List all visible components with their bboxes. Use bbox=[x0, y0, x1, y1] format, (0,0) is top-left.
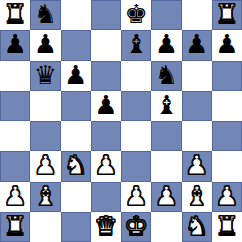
square-b7[interactable]: ♟ bbox=[30, 30, 60, 60]
square-h5[interactable] bbox=[212, 91, 242, 121]
black-knight: ♞ bbox=[155, 62, 178, 88]
white-rook: ♜ bbox=[215, 213, 238, 239]
black-bishop: ♝ bbox=[124, 31, 147, 57]
square-d7[interactable] bbox=[91, 30, 121, 60]
white-rook: ♜ bbox=[215, 1, 238, 27]
square-e1[interactable]: ♚ bbox=[121, 212, 151, 242]
square-c8[interactable] bbox=[61, 0, 91, 30]
square-c2[interactable] bbox=[61, 182, 91, 212]
white-bishop: ♝ bbox=[185, 183, 208, 209]
black-pawn: ♟ bbox=[155, 31, 178, 57]
square-g6[interactable] bbox=[182, 61, 212, 91]
square-h1[interactable]: ♜ bbox=[212, 212, 242, 242]
chess-board: ♜♞♚♜♟♟♝♟♟♟♛♟♞♟♝♟♞♟♟♟♝♟♟♝♟♜♛♚♞♜ bbox=[0, 0, 242, 242]
square-a1[interactable]: ♜ bbox=[0, 212, 30, 242]
square-e6[interactable] bbox=[121, 61, 151, 91]
square-c4[interactable] bbox=[61, 121, 91, 151]
square-e3[interactable] bbox=[121, 151, 151, 181]
square-a6[interactable] bbox=[0, 61, 30, 91]
black-pawn: ♟ bbox=[64, 62, 87, 88]
square-a2[interactable]: ♟ bbox=[0, 182, 30, 212]
square-d4[interactable] bbox=[91, 121, 121, 151]
square-e5[interactable] bbox=[121, 91, 151, 121]
white-king: ♚ bbox=[124, 213, 147, 239]
black-pawn: ♟ bbox=[34, 31, 57, 57]
square-f3[interactable] bbox=[151, 151, 181, 181]
square-h2[interactable]: ♟ bbox=[212, 182, 242, 212]
square-h4[interactable] bbox=[212, 121, 242, 151]
square-g3[interactable]: ♟ bbox=[182, 151, 212, 181]
white-knight: ♞ bbox=[185, 213, 208, 239]
square-a7[interactable]: ♟ bbox=[0, 30, 30, 60]
square-f1[interactable] bbox=[151, 212, 181, 242]
square-c6[interactable]: ♟ bbox=[61, 61, 91, 91]
white-pawn: ♟ bbox=[155, 183, 178, 209]
square-d8[interactable] bbox=[91, 0, 121, 30]
black-pawn: ♟ bbox=[185, 31, 208, 57]
square-f2[interactable]: ♟ bbox=[151, 182, 181, 212]
square-f8[interactable] bbox=[151, 0, 181, 30]
white-pawn: ♟ bbox=[3, 183, 26, 209]
square-b5[interactable] bbox=[30, 91, 60, 121]
square-c3[interactable]: ♞ bbox=[61, 151, 91, 181]
square-b8[interactable]: ♞ bbox=[30, 0, 60, 30]
white-pawn: ♟ bbox=[215, 183, 238, 209]
white-knight: ♞ bbox=[64, 152, 87, 178]
square-c7[interactable] bbox=[61, 30, 91, 60]
square-d6[interactable] bbox=[91, 61, 121, 91]
black-pawn: ♟ bbox=[94, 92, 117, 118]
square-g1[interactable]: ♞ bbox=[182, 212, 212, 242]
square-b6[interactable]: ♛ bbox=[30, 61, 60, 91]
white-queen: ♛ bbox=[94, 213, 117, 239]
white-rook: ♜ bbox=[3, 213, 26, 239]
square-a3[interactable] bbox=[0, 151, 30, 181]
square-b2[interactable]: ♝ bbox=[30, 182, 60, 212]
white-pawn: ♟ bbox=[34, 152, 57, 178]
white-pawn: ♟ bbox=[124, 183, 147, 209]
square-h7[interactable]: ♟ bbox=[212, 30, 242, 60]
white-bishop: ♝ bbox=[34, 183, 57, 209]
square-b4[interactable] bbox=[30, 121, 60, 151]
square-c1[interactable] bbox=[61, 212, 91, 242]
square-c5[interactable] bbox=[61, 91, 91, 121]
square-d3[interactable]: ♟ bbox=[91, 151, 121, 181]
square-f7[interactable]: ♟ bbox=[151, 30, 181, 60]
square-e8[interactable]: ♚ bbox=[121, 0, 151, 30]
square-g7[interactable]: ♟ bbox=[182, 30, 212, 60]
black-pawn: ♟ bbox=[3, 31, 26, 57]
square-h3[interactable] bbox=[212, 151, 242, 181]
square-g4[interactable] bbox=[182, 121, 212, 151]
square-g2[interactable]: ♝ bbox=[182, 182, 212, 212]
square-f4[interactable] bbox=[151, 121, 181, 151]
square-f6[interactable]: ♞ bbox=[151, 61, 181, 91]
square-f5[interactable]: ♝ bbox=[151, 91, 181, 121]
black-king: ♚ bbox=[124, 1, 147, 27]
square-a8[interactable]: ♜ bbox=[0, 0, 30, 30]
square-e4[interactable] bbox=[121, 121, 151, 151]
black-pawn: ♟ bbox=[215, 31, 238, 57]
square-h6[interactable] bbox=[212, 61, 242, 91]
square-d2[interactable] bbox=[91, 182, 121, 212]
square-a4[interactable] bbox=[0, 121, 30, 151]
square-a5[interactable] bbox=[0, 91, 30, 121]
square-d5[interactable]: ♟ bbox=[91, 91, 121, 121]
square-g8[interactable] bbox=[182, 0, 212, 30]
square-b3[interactable]: ♟ bbox=[30, 151, 60, 181]
square-d1[interactable]: ♛ bbox=[91, 212, 121, 242]
black-queen: ♛ bbox=[34, 62, 57, 88]
square-h8[interactable]: ♜ bbox=[212, 0, 242, 30]
black-knight: ♞ bbox=[34, 1, 57, 27]
white-pawn: ♟ bbox=[185, 152, 208, 178]
square-b1[interactable] bbox=[30, 212, 60, 242]
square-e7[interactable]: ♝ bbox=[121, 30, 151, 60]
square-g5[interactable] bbox=[182, 91, 212, 121]
white-pawn: ♟ bbox=[94, 152, 117, 178]
black-bishop: ♝ bbox=[155, 92, 178, 118]
white-rook: ♜ bbox=[3, 1, 26, 27]
square-e2[interactable]: ♟ bbox=[121, 182, 151, 212]
